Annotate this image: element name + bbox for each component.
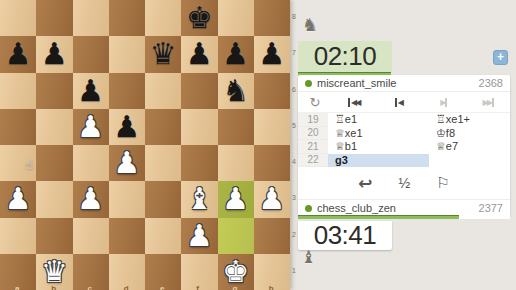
black-pawn-b7[interactable]: ♟ bbox=[36, 36, 72, 71]
square-g4[interactable] bbox=[218, 145, 254, 181]
square-c5[interactable]: ♟ bbox=[73, 109, 109, 145]
square-c4[interactable] bbox=[73, 145, 109, 181]
move-nav-bar: ↻ ◀◀ ◀ ▶ ▶▶ bbox=[298, 92, 510, 113]
file-label-e: e bbox=[160, 284, 164, 290]
bottom-player-row[interactable]: chess_club_zen 2377 bbox=[298, 199, 510, 216]
add-time-button[interactable]: + bbox=[493, 50, 508, 65]
square-b3[interactable] bbox=[36, 181, 72, 217]
black-queen-e7[interactable]: ♛ bbox=[145, 36, 181, 71]
square-f8[interactable]: ♚ bbox=[181, 0, 217, 36]
square-d2[interactable] bbox=[109, 218, 145, 254]
move-row-22: 22g3 bbox=[298, 154, 510, 168]
square-h8[interactable] bbox=[254, 0, 290, 36]
black-knight-g6[interactable]: ♞ bbox=[218, 73, 254, 108]
previous-move-button[interactable]: ◀ bbox=[377, 98, 422, 107]
side-panel: 87654321 ♞ 02:10 + miscreant_smile 2368 … bbox=[290, 0, 516, 290]
file-label-f: f bbox=[196, 284, 199, 290]
square-f4[interactable] bbox=[181, 145, 217, 181]
square-b6[interactable] bbox=[36, 73, 72, 109]
move-row-20: 20♕xe1♔f8 bbox=[298, 127, 510, 141]
move-black-22[interactable] bbox=[429, 154, 510, 168]
last-move-button[interactable]: ▶▶ bbox=[466, 98, 511, 107]
square-c3[interactable]: ♟ bbox=[73, 181, 109, 217]
chess-app: ♚♟♟♛♟♟♟♟♞♟♟♟♟♟♝♟♟♟♛♚ abcdefgh ☝ 87654321… bbox=[0, 0, 516, 290]
white-pawn-h3[interactable]: ♟ bbox=[254, 181, 290, 216]
square-e3[interactable] bbox=[145, 181, 181, 217]
black-pawn-c6[interactable]: ♟ bbox=[73, 73, 109, 108]
file-label-c: c bbox=[88, 284, 92, 290]
bottom-player-clock: 03:41 bbox=[298, 221, 392, 250]
top-player-clock: 02:10 bbox=[298, 41, 392, 72]
move-black-21[interactable]: ♕e7 bbox=[429, 140, 510, 154]
white-pawn-c5[interactable]: ♟ bbox=[73, 109, 109, 144]
move-number: 21 bbox=[298, 140, 328, 154]
file-label-g: g bbox=[233, 284, 238, 290]
move-list: 19♖e1♖xe1+20♕xe1♔f821♕b1♕e722g3 bbox=[298, 113, 510, 167]
move-white-19[interactable]: ♖e1 bbox=[328, 113, 429, 127]
square-g2[interactable] bbox=[218, 218, 254, 254]
white-pawn-a3[interactable]: ♟ bbox=[0, 181, 36, 216]
square-h5[interactable] bbox=[254, 109, 290, 145]
square-b5[interactable] bbox=[36, 109, 72, 145]
black-pawn-d5[interactable]: ♟ bbox=[109, 109, 145, 144]
square-g7[interactable]: ♟ bbox=[218, 36, 254, 72]
black-pawn-h7[interactable]: ♟ bbox=[254, 36, 290, 71]
square-h2[interactable] bbox=[254, 218, 290, 254]
rank-label-1: 1 bbox=[292, 267, 300, 274]
resign-button[interactable]: ⚐ bbox=[436, 174, 449, 192]
square-c7[interactable] bbox=[73, 36, 109, 72]
square-g5[interactable] bbox=[218, 109, 254, 145]
online-dot bbox=[305, 80, 312, 87]
square-d4[interactable]: ♟ bbox=[109, 145, 145, 181]
move-black-19[interactable]: ♖xe1+ bbox=[429, 113, 510, 127]
white-pawn-c3[interactable]: ♟ bbox=[73, 181, 109, 216]
next-move-button[interactable]: ▶ bbox=[421, 98, 466, 107]
square-d5[interactable]: ♟ bbox=[109, 109, 145, 145]
white-pawn-f2[interactable]: ♟ bbox=[181, 218, 217, 253]
top-player-rating: 2368 bbox=[479, 77, 503, 89]
file-label-b: b bbox=[51, 284, 56, 290]
square-d6[interactable] bbox=[109, 73, 145, 109]
square-e7[interactable]: ♛ bbox=[145, 36, 181, 72]
move-row-19: 19♖e1♖xe1+ bbox=[298, 113, 510, 127]
square-f7[interactable]: ♟ bbox=[181, 36, 217, 72]
square-a2[interactable] bbox=[0, 218, 36, 254]
white-bishop-f3[interactable]: ♝ bbox=[181, 181, 217, 216]
square-g6[interactable]: ♞ bbox=[218, 73, 254, 109]
bottom-time-bar bbox=[298, 215, 510, 219]
offer-draw-button[interactable]: ½ bbox=[399, 175, 411, 191]
takeback-button[interactable]: ↩ bbox=[358, 173, 372, 193]
square-f3[interactable]: ♝ bbox=[181, 181, 217, 217]
black-pawn-g7[interactable]: ♟ bbox=[218, 36, 254, 71]
square-f6[interactable] bbox=[181, 73, 217, 109]
board-grid: ♚♟♟♛♟♟♟♟♞♟♟♟♟♟♝♟♟♟♛♚ bbox=[0, 0, 290, 290]
square-c6[interactable]: ♟ bbox=[73, 73, 109, 109]
square-e8[interactable] bbox=[145, 0, 181, 36]
move-number: 19 bbox=[298, 113, 328, 127]
square-b8[interactable] bbox=[36, 0, 72, 36]
first-move-button[interactable]: ◀◀ bbox=[332, 98, 377, 107]
square-b2[interactable] bbox=[36, 218, 72, 254]
square-f1[interactable] bbox=[181, 254, 217, 290]
square-g3[interactable]: ♟ bbox=[218, 181, 254, 217]
square-e5[interactable] bbox=[145, 109, 181, 145]
square-e6[interactable] bbox=[145, 73, 181, 109]
square-e4[interactable] bbox=[145, 145, 181, 181]
square-h7[interactable]: ♟ bbox=[254, 36, 290, 72]
game-actions: ↩ ½ ⚐ bbox=[298, 167, 510, 199]
black-pawn-a7[interactable]: ♟ bbox=[0, 36, 36, 71]
move-number: 22 bbox=[298, 154, 328, 168]
top-player-name: miscreant_smile bbox=[317, 77, 396, 89]
square-h4[interactable] bbox=[254, 145, 290, 181]
square-a7[interactable]: ♟ bbox=[0, 36, 36, 72]
game-card: miscreant_smile 2368 ↻ ◀◀ ◀ ▶ ▶▶ 19♖e1♖x… bbox=[298, 75, 510, 216]
file-label-a: a bbox=[15, 284, 19, 290]
square-b7[interactable]: ♟ bbox=[36, 36, 72, 72]
bottom-player-name: chess_club_zen bbox=[317, 202, 396, 214]
square-g8[interactable] bbox=[218, 0, 254, 36]
square-h3[interactable]: ♟ bbox=[254, 181, 290, 217]
square-c8[interactable] bbox=[73, 0, 109, 36]
square-a8[interactable] bbox=[0, 0, 36, 36]
move-white-21[interactable]: ♕b1 bbox=[328, 140, 429, 154]
square-a5[interactable] bbox=[0, 109, 36, 145]
move-white-22[interactable]: g3 bbox=[328, 154, 429, 168]
bottom-player-rating: 2377 bbox=[479, 202, 503, 214]
square-f5[interactable] bbox=[181, 109, 217, 145]
white-pawn-d4[interactable]: ♟ bbox=[109, 145, 145, 180]
white-pawn-g3[interactable]: ♟ bbox=[218, 181, 254, 216]
online-dot bbox=[305, 205, 312, 212]
square-f2[interactable]: ♟ bbox=[181, 218, 217, 254]
square-d3[interactable] bbox=[109, 181, 145, 217]
square-e2[interactable] bbox=[145, 218, 181, 254]
square-c2[interactable] bbox=[73, 218, 109, 254]
square-d8[interactable] bbox=[109, 0, 145, 36]
black-pawn-f7[interactable]: ♟ bbox=[181, 36, 217, 71]
top-player-row[interactable]: miscreant_smile 2368 bbox=[298, 75, 510, 92]
square-b4[interactable] bbox=[36, 145, 72, 181]
square-a6[interactable] bbox=[0, 73, 36, 109]
square-d7[interactable] bbox=[109, 36, 145, 72]
captured-knight-icon: ♞ bbox=[302, 14, 318, 35]
rank-label-8: 8 bbox=[292, 13, 300, 20]
flip-board-button[interactable]: ↻ bbox=[298, 95, 332, 110]
chess-board: ♚♟♟♛♟♟♟♟♞♟♟♟♟♟♝♟♟♟♛♚ abcdefgh ☝ bbox=[0, 0, 290, 290]
captured-bishop-icon: ♝ bbox=[301, 247, 316, 267]
move-black-20[interactable]: ♔f8 bbox=[429, 127, 510, 141]
move-number: 20 bbox=[298, 127, 328, 141]
file-label-d: d bbox=[124, 284, 129, 290]
move-row-21: 21♕b1♕e7 bbox=[298, 140, 510, 154]
square-a3[interactable]: ♟ bbox=[0, 181, 36, 217]
move-white-20[interactable]: ♕xe1 bbox=[328, 127, 429, 141]
black-king-f8[interactable]: ♚ bbox=[181, 0, 217, 35]
mouse-cursor-icon: ☝ bbox=[25, 157, 33, 172]
file-label-h: h bbox=[269, 284, 274, 290]
square-h6[interactable] bbox=[254, 73, 290, 109]
